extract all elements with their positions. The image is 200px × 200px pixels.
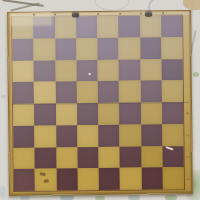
fabric-mark	[0, 186, 6, 198]
square-g7	[140, 37, 161, 59]
fabric-leaf	[193, 72, 199, 77]
rank-mark: 1	[186, 174, 192, 184]
square-g1	[141, 168, 162, 190]
square-g6	[140, 59, 161, 81]
square-f4	[119, 103, 140, 125]
nail-dot	[97, 13, 99, 15]
square-a7	[12, 38, 33, 60]
square-h5	[162, 80, 183, 102]
fabric-patch	[183, 0, 200, 10]
square-f7	[119, 37, 140, 59]
square-g3	[141, 124, 162, 146]
square-d1	[77, 168, 98, 190]
square-c8	[55, 16, 76, 38]
square-b6	[34, 60, 55, 82]
square-c7	[55, 38, 76, 60]
square-h3	[162, 124, 183, 146]
square-f8	[118, 16, 139, 38]
square-c6	[55, 60, 76, 82]
square-g2	[141, 146, 162, 168]
sun-bleach-corner	[8, 12, 52, 25]
square-c1	[56, 168, 77, 190]
fabric-twig	[2, 0, 44, 7]
square-a2	[13, 147, 34, 169]
paint-speck	[89, 73, 91, 75]
square-h1	[162, 167, 183, 189]
square-a1	[14, 169, 35, 191]
fabric-twig	[10, 2, 40, 11]
square-h8	[161, 15, 182, 37]
square-d7	[76, 38, 97, 60]
square-b3	[34, 125, 55, 147]
nail-dot	[140, 13, 142, 15]
square-e7	[97, 38, 118, 60]
square-f1	[120, 168, 141, 190]
square-f5	[119, 81, 140, 103]
nail-dot	[33, 14, 35, 16]
rank-mark: 4	[185, 108, 191, 118]
square-g8	[140, 15, 161, 37]
square-c4	[56, 103, 77, 125]
square-h7	[161, 37, 182, 59]
nail-dot	[119, 13, 121, 15]
fabric-mark	[165, 195, 177, 200]
fabric-mark	[60, 195, 74, 200]
square-e4	[98, 103, 119, 125]
nail-dot	[54, 13, 56, 15]
square-a4	[13, 104, 34, 126]
square-e6	[98, 59, 119, 81]
square-e8	[97, 16, 118, 38]
fabric-mark	[1, 95, 6, 98]
square-e1	[99, 168, 120, 190]
square-a6	[13, 60, 34, 82]
square-a3	[13, 125, 34, 147]
chessboard: 4321	[7, 10, 193, 196]
fabric-swirl	[95, 0, 129, 11]
square-c5	[55, 81, 76, 103]
fabric-mark	[128, 195, 140, 200]
nail-dot	[162, 12, 164, 14]
rank-mark: 3	[185, 130, 191, 140]
square-f6	[119, 59, 140, 81]
square-d3	[77, 125, 98, 147]
square-c2	[56, 147, 77, 169]
square-b5	[34, 82, 55, 104]
latch-hook-icon	[145, 11, 152, 16]
square-e3	[98, 125, 119, 147]
square-d8	[76, 16, 97, 38]
square-g4	[140, 102, 161, 124]
square-c3	[56, 125, 77, 147]
square-d2	[77, 147, 98, 169]
square-h6	[161, 59, 182, 81]
square-e2	[98, 146, 119, 168]
square-d6	[76, 60, 97, 82]
square-h4	[162, 102, 183, 124]
rank-mark: 2	[186, 152, 192, 162]
square-f2	[120, 146, 141, 168]
square-e5	[98, 81, 119, 103]
nail-dot	[76, 13, 78, 15]
square-f3	[119, 124, 140, 146]
square-b7	[34, 38, 55, 60]
fabric-mark	[95, 196, 105, 200]
photo-background: 4321	[0, 0, 200, 200]
fabric-mark	[20, 196, 30, 200]
square-b2	[35, 147, 56, 169]
square-b4	[34, 103, 55, 125]
square-d5	[77, 81, 98, 103]
square-a5	[13, 82, 34, 104]
square-d4	[77, 103, 98, 125]
square-g5	[140, 81, 161, 103]
